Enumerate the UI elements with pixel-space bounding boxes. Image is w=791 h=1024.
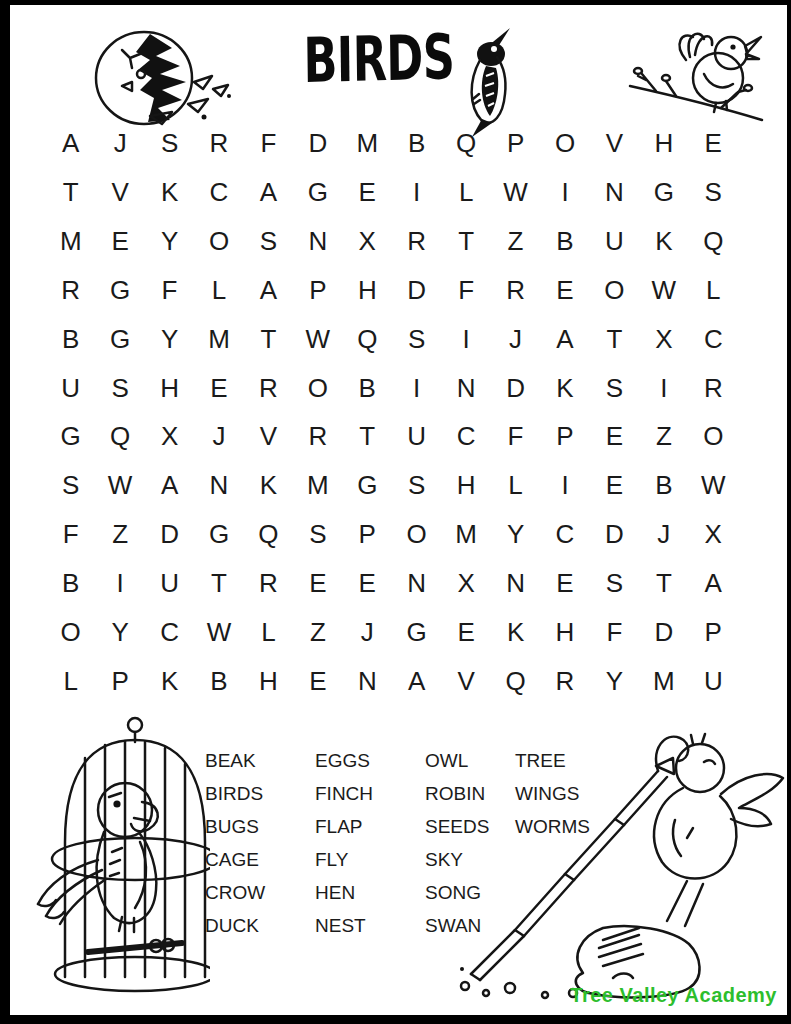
grid-cell-r10-c14[interactable]: A [689, 559, 738, 608]
grid-cell-r5-c2[interactable]: G [95, 315, 144, 364]
grid-cell-r1-c1[interactable]: A [46, 119, 95, 168]
grid-cell-r9-c8[interactable]: O [392, 510, 441, 559]
grid-cell-r6-c7[interactable]: B [343, 364, 392, 413]
grid-cell-r12-c4[interactable]: B [194, 657, 243, 706]
word-item-duck: DUCK [205, 909, 315, 942]
grid-cell-r11-c3[interactable]: C [145, 608, 194, 657]
word-item-owl: OWL [425, 744, 515, 777]
grid-cell-r9-c12[interactable]: D [590, 510, 639, 559]
grid-cell-r11-c8[interactable]: G [392, 608, 441, 657]
grid-cell-r4-c5[interactable]: A [244, 266, 293, 315]
grid-cell-r7-c11[interactable]: P [540, 413, 589, 462]
word-list: BEAKBIRDSBUGSCAGECROWDUCKEGGSFINCHFLAPFL… [205, 744, 590, 942]
grid-cell-r4-c6[interactable]: P [293, 266, 342, 315]
grid-cell-r3-c5[interactable]: S [244, 217, 293, 266]
grid-cell-r3-c3[interactable]: Y [145, 217, 194, 266]
grid-cell-r8-c8[interactable]: S [392, 461, 441, 510]
grid-cell-r6-c5[interactable]: R [244, 364, 293, 413]
grid-cell-r10-c9[interactable]: X [441, 559, 490, 608]
grid-cell-r4-c2[interactable]: G [95, 266, 144, 315]
grid-cell-r3-c4[interactable]: O [194, 217, 243, 266]
grid-cell-r3-c13[interactable]: K [639, 217, 688, 266]
grid-cell-r10-c3[interactable]: U [145, 559, 194, 608]
grid-cell-r1-c9[interactable]: Q [441, 119, 490, 168]
grid-cell-r7-c2[interactable]: Q [95, 413, 144, 462]
grid-cell-r9-c13[interactable]: J [639, 510, 688, 559]
grid-cell-r10-c1[interactable]: B [46, 559, 95, 608]
grid-cell-r5-c1[interactable]: B [46, 315, 95, 364]
grid-cell-r6-c2[interactable]: S [95, 364, 144, 413]
grid-cell-r10-c11[interactable]: E [540, 559, 589, 608]
grid-cell-r9-c10[interactable]: Y [491, 510, 540, 559]
grid-cell-r1-c14[interactable]: E [689, 119, 738, 168]
grid-cell-r6-c12[interactable]: S [590, 364, 639, 413]
grid-cell-r8-c14[interactable]: W [689, 461, 738, 510]
grid-cell-r1-c12[interactable]: V [590, 119, 639, 168]
grid-cell-r9-c5[interactable]: Q [244, 510, 293, 559]
singing-bird-icon [626, 24, 766, 129]
grid-cell-r9-c1[interactable]: F [46, 510, 95, 559]
grid-cell-r2-c6[interactable]: G [293, 168, 342, 217]
grid-cell-r9-c6[interactable]: S [293, 510, 342, 559]
grid-cell-r4-c11[interactable]: E [540, 266, 589, 315]
word-list-column-1: BEAKBIRDSBUGSCAGECROWDUCK [205, 744, 315, 942]
grid-cell-r6-c10[interactable]: D [491, 364, 540, 413]
grid-cell-r7-c9[interactable]: C [441, 413, 490, 462]
word-item-sky: SKY [425, 843, 515, 876]
grid-cell-r11-c13[interactable]: D [639, 608, 688, 657]
grid-cell-r6-c13[interactable]: I [639, 364, 688, 413]
word-item-song: SONG [425, 876, 515, 909]
grid-cell-r3-c10[interactable]: Z [491, 217, 540, 266]
grid-cell-r1-c4[interactable]: R [194, 119, 243, 168]
grid-cell-r11-c1[interactable]: O [46, 608, 95, 657]
grid-cell-r3-c7[interactable]: X [343, 217, 392, 266]
puzzle-title: BIRDS [303, 20, 455, 97]
grid-cell-r5-c14[interactable]: C [689, 315, 738, 364]
grid-cell-r9-c11[interactable]: C [540, 510, 589, 559]
grid-cell-r2-c3[interactable]: K [145, 168, 194, 217]
grid-cell-r11-c12[interactable]: F [590, 608, 639, 657]
grid-cell-r8-c7[interactable]: G [343, 461, 392, 510]
grid-cell-r12-c1[interactable]: L [46, 657, 95, 706]
branding-logo-text: Tree Valley Academy [570, 984, 777, 1007]
grid-cell-r6-c9[interactable]: N [441, 364, 490, 413]
grid-cell-r2-c7[interactable]: E [343, 168, 392, 217]
grid-cell-r12-c3[interactable]: K [145, 657, 194, 706]
caged-parrot-icon [30, 712, 210, 1007]
grid-cell-r7-c6[interactable]: R [293, 413, 342, 462]
grid-cell-r7-c5[interactable]: V [244, 413, 293, 462]
grid-cell-r1-c3[interactable]: S [145, 119, 194, 168]
word-item-robin: ROBIN [425, 777, 515, 810]
grid-cell-r2-c10[interactable]: W [491, 168, 540, 217]
grid-cell-r12-c5[interactable]: H [244, 657, 293, 706]
grid-cell-r9-c4[interactable]: G [194, 510, 243, 559]
grid-cell-r6-c1[interactable]: U [46, 364, 95, 413]
grid-cell-r5-c11[interactable]: A [540, 315, 589, 364]
grid-cell-r4-c10[interactable]: R [491, 266, 540, 315]
grid-cell-r9-c14[interactable]: X [689, 510, 738, 559]
grid-cell-r8-c2[interactable]: W [95, 461, 144, 510]
grid-cell-r12-c9[interactable]: V [441, 657, 490, 706]
grid-cell-r9-c9[interactable]: M [441, 510, 490, 559]
grid-cell-r12-c7[interactable]: N [343, 657, 392, 706]
grid-cell-r8-c5[interactable]: K [244, 461, 293, 510]
grid-cell-r11-c9[interactable]: E [441, 608, 490, 657]
grid-cell-r5-c10[interactable]: J [491, 315, 540, 364]
word-item-hen: HEN [315, 876, 425, 909]
grid-cell-r1-c11[interactable]: O [540, 119, 589, 168]
grid-cell-r9-c2[interactable]: Z [95, 510, 144, 559]
grid-cell-r3-c2[interactable]: E [95, 217, 144, 266]
grid-cell-r4-c9[interactable]: F [441, 266, 490, 315]
grid-cell-r12-c13[interactable]: M [639, 657, 688, 706]
grid-cell-r2-c11[interactable]: I [540, 168, 589, 217]
grid-cell-r8-c11[interactable]: I [540, 461, 589, 510]
grid-cell-r3-c14[interactable]: Q [689, 217, 738, 266]
word-list-column-2: EGGSFINCHFLAPFLYHENNEST [315, 744, 425, 942]
grid-cell-r2-c9[interactable]: L [441, 168, 490, 217]
word-item-wings: WINGS [515, 777, 590, 810]
grid-cell-r10-c12[interactable]: S [590, 559, 639, 608]
word-item-nest: NEST [315, 909, 425, 942]
grid-cell-r3-c8[interactable]: R [392, 217, 441, 266]
grid-cell-r4-c8[interactable]: D [392, 266, 441, 315]
grid-cell-r7-c12[interactable]: E [590, 413, 639, 462]
grid-cell-r5-c3[interactable]: Y [145, 315, 194, 364]
grid-cell-r1-c2[interactable]: J [95, 119, 144, 168]
grid-cell-r2-c12[interactable]: N [590, 168, 639, 217]
grid-cell-r8-c13[interactable]: B [639, 461, 688, 510]
grid-cell-r12-c2[interactable]: P [95, 657, 144, 706]
hatching-egg-icon [92, 28, 237, 128]
grid-cell-r10-c5[interactable]: R [244, 559, 293, 608]
grid-cell-r8-c6[interactable]: M [293, 461, 342, 510]
worksheet-page: BIRDS A [0, 0, 791, 1024]
grid-cell-r6-c6[interactable]: O [293, 364, 342, 413]
grid-cell-r2-c2[interactable]: V [95, 168, 144, 217]
grid-cell-r7-c7[interactable]: T [343, 413, 392, 462]
grid-cell-r11-c6[interactable]: Z [293, 608, 342, 657]
grid-cell-r12-c12[interactable]: Y [590, 657, 639, 706]
grid-cell-r5-c7[interactable]: Q [343, 315, 392, 364]
word-item-tree: TREE [515, 744, 590, 777]
grid-cell-r10-c10[interactable]: N [491, 559, 540, 608]
grid-cell-r4-c1[interactable]: R [46, 266, 95, 315]
grid-cell-r7-c13[interactable]: Z [639, 413, 688, 462]
grid-cell-r1-c5[interactable]: F [244, 119, 293, 168]
word-item-fly: FLY [315, 843, 425, 876]
grid-cell-r5-c4[interactable]: M [194, 315, 243, 364]
grid-cell-r10-c13[interactable]: T [639, 559, 688, 608]
grid-cell-r6-c11[interactable]: K [540, 364, 589, 413]
word-list-column-3: OWLROBINSEEDSSKYSONGSWAN [425, 744, 515, 942]
grid-cell-r1-c8[interactable]: B [392, 119, 441, 168]
grid-cell-r7-c10[interactable]: F [491, 413, 540, 462]
grid-cell-r2-c5[interactable]: A [244, 168, 293, 217]
grid-cell-r11-c4[interactable]: W [194, 608, 243, 657]
grid-cell-r11-c11[interactable]: H [540, 608, 589, 657]
word-item-seeds: SEEDS [425, 810, 515, 843]
grid-cell-r10-c7[interactable]: E [343, 559, 392, 608]
grid-cell-r5-c9[interactable]: I [441, 315, 490, 364]
grid-cell-r7-c8[interactable]: U [392, 413, 441, 462]
grid-cell-r12-c14[interactable]: U [689, 657, 738, 706]
grid-cell-r12-c11[interactable]: R [540, 657, 589, 706]
grid-cell-r12-c6[interactable]: E [293, 657, 342, 706]
grid-cell-r4-c12[interactable]: O [590, 266, 639, 315]
grid-cell-r8-c3[interactable]: A [145, 461, 194, 510]
grid-cell-r11-c10[interactable]: K [491, 608, 540, 657]
word-item-birds: BIRDS [205, 777, 315, 810]
grid-cell-r10-c4[interactable]: T [194, 559, 243, 608]
grid-cell-r3-c1[interactable]: M [46, 217, 95, 266]
grid-cell-r11-c5[interactable]: L [244, 608, 293, 657]
grid-cell-r10-c8[interactable]: N [392, 559, 441, 608]
word-item-finch: FINCH [315, 777, 425, 810]
grid-cell-r2-c13[interactable]: G [639, 168, 688, 217]
grid-cell-r6-c8[interactable]: I [392, 364, 441, 413]
grid-cell-r8-c1[interactable]: S [46, 461, 95, 510]
grid-cell-r8-c9[interactable]: H [441, 461, 490, 510]
grid-cell-r7-c1[interactable]: G [46, 413, 95, 462]
grid-cell-r4-c7[interactable]: H [343, 266, 392, 315]
grid-cell-r3-c12[interactable]: U [590, 217, 639, 266]
grid-cell-r10-c2[interactable]: I [95, 559, 144, 608]
grid-cell-r9-c3[interactable]: D [145, 510, 194, 559]
grid-cell-r2-c1[interactable]: T [46, 168, 95, 217]
grid-cell-r9-c7[interactable]: P [343, 510, 392, 559]
grid-cell-r1-c7[interactable]: M [343, 119, 392, 168]
grid-cell-r1-c6[interactable]: D [293, 119, 342, 168]
grid-cell-r12-c8[interactable]: A [392, 657, 441, 706]
grid-cell-r4-c3[interactable]: F [145, 266, 194, 315]
word-item-crow: CROW [205, 876, 315, 909]
grid-cell-r6-c3[interactable]: H [145, 364, 194, 413]
grid-cell-r5-c8[interactable]: S [392, 315, 441, 364]
grid-cell-r8-c10[interactable]: L [491, 461, 540, 510]
grid-cell-r8-c12[interactable]: E [590, 461, 639, 510]
word-item-beak: BEAK [205, 744, 315, 777]
grid-cell-r11-c14[interactable]: P [689, 608, 738, 657]
grid-cell-r12-c10[interactable]: Q [491, 657, 540, 706]
grid-cell-r11-c2[interactable]: Y [95, 608, 144, 657]
grid-cell-r5-c13[interactable]: X [639, 315, 688, 364]
word-item-bugs: BUGS [205, 810, 315, 843]
grid-cell-r5-c5[interactable]: T [244, 315, 293, 364]
grid-cell-r7-c4[interactable]: J [194, 413, 243, 462]
word-list-column-4: TREEWINGSWORMS [515, 744, 590, 942]
grid-cell-r6-c14[interactable]: R [689, 364, 738, 413]
grid-cell-r1-c10[interactable]: P [491, 119, 540, 168]
word-item-eggs: EGGS [315, 744, 425, 777]
word-item-flap: FLAP [315, 810, 425, 843]
grid-cell-r7-c14[interactable]: O [689, 413, 738, 462]
grid-cell-r4-c14[interactable]: L [689, 266, 738, 315]
grid-cell-r10-c6[interactable]: E [293, 559, 342, 608]
grid-cell-r3-c6[interactable]: N [293, 217, 342, 266]
grid-cell-r3-c9[interactable]: T [441, 217, 490, 266]
word-item-swan: SWAN [425, 909, 515, 942]
word-item-worms: WORMS [515, 810, 590, 843]
grid-cell-r3-c11[interactable]: B [540, 217, 589, 266]
grid-cell-r11-c7[interactable]: J [343, 608, 392, 657]
grid-cell-r5-c12[interactable]: T [590, 315, 639, 364]
grid-cell-r2-c14[interactable]: S [689, 168, 738, 217]
grid-cell-r7-c3[interactable]: X [145, 413, 194, 462]
grid-cell-r2-c4[interactable]: C [194, 168, 243, 217]
grid-cell-r4-c13[interactable]: W [639, 266, 688, 315]
grid-cell-r8-c4[interactable]: N [194, 461, 243, 510]
grid-cell-r2-c8[interactable]: I [392, 168, 441, 217]
grid-cell-r4-c4[interactable]: L [194, 266, 243, 315]
word-item-cage: CAGE [205, 843, 315, 876]
letter-grid: AJSRFDMBQPOVHETVKCAGEILWINGSMEYOSNXRTZBU… [46, 119, 738, 706]
grid-cell-r6-c4[interactable]: E [194, 364, 243, 413]
grid-cell-r5-c6[interactable]: W [293, 315, 342, 364]
grid-cell-r1-c13[interactable]: H [639, 119, 688, 168]
